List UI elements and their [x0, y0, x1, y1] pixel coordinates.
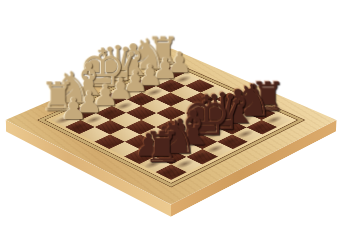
chess-board[interactable]: ♜♞♝♛♚♝♞♜♟♟♟♟♟♟♟♟♟♟♟♟♟♟♟♟♜♞♝♛♚♝♞♜ — [6, 48, 337, 204]
black-rook-glyph: ♜ — [120, 126, 205, 168]
white-pawn-glyph: ♟ — [33, 94, 115, 124]
chess-scene: ♜♞♝♛♚♝♞♜♟♟♟♟♟♟♟♟♟♟♟♟♟♟♟♟♜♞♝♛♚♝♞♜ — [0, 0, 339, 240]
piece-white-pawn-h2[interactable]: ♟ — [65, 120, 95, 134]
